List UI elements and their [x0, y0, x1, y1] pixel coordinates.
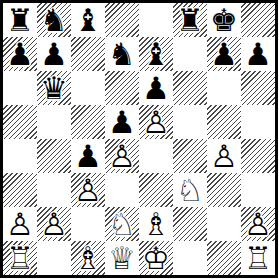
piece-white-pawn: ♟♙: [3, 207, 37, 241]
piece-black-pawn: ♟♟: [37, 37, 71, 71]
piece-white-queen: ♛♕: [105, 241, 139, 275]
piece-black-knight: ♞♞: [105, 37, 139, 71]
white-bishop-glyph: ♗: [139, 207, 173, 241]
white-knight-glyph: ♘: [173, 173, 207, 207]
square-e2: ♝♗: [139, 207, 173, 241]
square-e6: ♟♟: [139, 71, 173, 105]
piece-black-pawn: ♟♟: [105, 105, 139, 139]
black-pawn-glyph: ♟: [105, 105, 139, 139]
square-f4: [173, 139, 207, 173]
square-f7: [173, 37, 207, 71]
square-b6: ♛♛: [37, 71, 71, 105]
square-g2: [207, 207, 241, 241]
square-h1: ♜♖: [241, 241, 275, 275]
square-c1: ♝♗: [71, 241, 105, 275]
piece-white-rook: ♜♖: [241, 241, 275, 275]
piece-white-king: ♚♔: [139, 241, 173, 275]
piece-black-knight: ♞♞: [37, 3, 71, 37]
square-c3: ♟♙: [71, 173, 105, 207]
black-pawn-glyph: ♟: [207, 37, 241, 71]
white-pawn-glyph: ♙: [207, 139, 241, 173]
piece-black-pawn: ♟♟: [71, 139, 105, 173]
white-knight-glyph: ♘: [105, 207, 139, 241]
square-d1: ♛♕: [105, 241, 139, 275]
white-pawn-glyph: ♙: [71, 173, 105, 207]
square-g3: [207, 173, 241, 207]
square-b8: ♞♞: [37, 3, 71, 37]
white-rook-glyph: ♖: [241, 241, 275, 275]
piece-white-pawn: ♟♙: [207, 139, 241, 173]
piece-white-bishop: ♝♗: [71, 241, 105, 275]
piece-white-pawn: ♟♙: [105, 139, 139, 173]
white-bishop-glyph: ♗: [71, 241, 105, 275]
square-f8: ♜♜: [173, 3, 207, 37]
square-a5: [3, 105, 37, 139]
white-pawn-glyph: ♙: [37, 207, 71, 241]
square-d2: ♞♘: [105, 207, 139, 241]
square-a2: ♟♙: [3, 207, 37, 241]
black-pawn-glyph: ♟: [241, 37, 275, 71]
square-h2: ♟♙: [241, 207, 275, 241]
square-f1: [173, 241, 207, 275]
square-b4: [37, 139, 71, 173]
piece-black-pawn: ♟♟: [139, 71, 173, 105]
square-b3: [37, 173, 71, 207]
square-h6: [241, 71, 275, 105]
black-rook-glyph: ♜: [3, 3, 37, 37]
square-d3: [105, 173, 139, 207]
piece-black-pawn: ♟♟: [241, 37, 275, 71]
white-queen-glyph: ♕: [105, 241, 139, 275]
square-a8: ♜♜: [3, 3, 37, 37]
black-bishop-glyph: ♝: [139, 37, 173, 71]
square-g8: ♚♚: [207, 3, 241, 37]
black-pawn-glyph: ♟: [71, 139, 105, 173]
black-queen-glyph: ♛: [37, 71, 71, 105]
square-a4: [3, 139, 37, 173]
square-e1: ♚♔: [139, 241, 173, 275]
square-b1: [37, 241, 71, 275]
piece-black-rook: ♜♜: [3, 3, 37, 37]
square-c2: [71, 207, 105, 241]
square-f3: ♞♘: [173, 173, 207, 207]
black-king-glyph: ♚: [207, 3, 241, 37]
square-f6: [173, 71, 207, 105]
piece-black-bishop: ♝♝: [71, 3, 105, 37]
square-g6: [207, 71, 241, 105]
black-pawn-glyph: ♟: [3, 37, 37, 71]
square-h8: [241, 3, 275, 37]
black-knight-glyph: ♞: [37, 3, 71, 37]
piece-black-queen: ♛♛: [37, 71, 71, 105]
piece-white-pawn: ♟♙: [139, 105, 173, 139]
square-d7: ♞♞: [105, 37, 139, 71]
square-b5: [37, 105, 71, 139]
square-d6: [105, 71, 139, 105]
black-bishop-glyph: ♝: [71, 3, 105, 37]
piece-black-rook: ♜♜: [173, 3, 207, 37]
piece-black-pawn: ♟♟: [207, 37, 241, 71]
white-pawn-glyph: ♙: [3, 207, 37, 241]
square-g7: ♟♟: [207, 37, 241, 71]
square-h7: ♟♟: [241, 37, 275, 71]
chess-board: ♜♜♞♞♝♝♜♜♚♚♟♟♟♟♞♞♝♝♟♟♟♟♛♛♟♟♟♟♟♙♟♟♟♙♟♙♟♙♞♘…: [3, 3, 275, 275]
piece-white-knight: ♞♘: [105, 207, 139, 241]
piece-white-pawn: ♟♙: [71, 173, 105, 207]
square-a3: [3, 173, 37, 207]
square-a7: ♟♟: [3, 37, 37, 71]
square-d8: [105, 3, 139, 37]
black-pawn-glyph: ♟: [139, 71, 173, 105]
piece-black-bishop: ♝♝: [139, 37, 173, 71]
piece-white-knight: ♞♘: [173, 173, 207, 207]
white-king-glyph: ♔: [139, 241, 173, 275]
square-h4: [241, 139, 275, 173]
square-c7: [71, 37, 105, 71]
square-d4: ♟♙: [105, 139, 139, 173]
square-b7: ♟♟: [37, 37, 71, 71]
square-c4: ♟♟: [71, 139, 105, 173]
piece-white-pawn: ♟♙: [37, 207, 71, 241]
black-knight-glyph: ♞: [105, 37, 139, 71]
square-a6: [3, 71, 37, 105]
square-c6: [71, 71, 105, 105]
black-pawn-glyph: ♟: [37, 37, 71, 71]
square-h5: [241, 105, 275, 139]
square-f5: [173, 105, 207, 139]
square-e8: [139, 3, 173, 37]
piece-black-king: ♚♚: [207, 3, 241, 37]
piece-black-pawn: ♟♟: [3, 37, 37, 71]
square-a1: ♜♖: [3, 241, 37, 275]
square-c8: ♝♝: [71, 3, 105, 37]
piece-white-rook: ♜♖: [3, 241, 37, 275]
black-rook-glyph: ♜: [173, 3, 207, 37]
square-e4: [139, 139, 173, 173]
square-d5: ♟♟: [105, 105, 139, 139]
square-e5: ♟♙: [139, 105, 173, 139]
white-rook-glyph: ♖: [3, 241, 37, 275]
square-h3: [241, 173, 275, 207]
white-pawn-glyph: ♙: [105, 139, 139, 173]
square-g5: [207, 105, 241, 139]
chess-board-frame: ♜♜♞♞♝♝♜♜♚♚♟♟♟♟♞♞♝♝♟♟♟♟♛♛♟♟♟♟♟♙♟♟♟♙♟♙♟♙♞♘…: [0, 0, 278, 278]
white-pawn-glyph: ♙: [139, 105, 173, 139]
square-g1: [207, 241, 241, 275]
square-f2: [173, 207, 207, 241]
piece-white-bishop: ♝♗: [139, 207, 173, 241]
square-c5: [71, 105, 105, 139]
piece-white-pawn: ♟♙: [241, 207, 275, 241]
white-pawn-glyph: ♙: [241, 207, 275, 241]
square-e7: ♝♝: [139, 37, 173, 71]
square-g4: ♟♙: [207, 139, 241, 173]
square-e3: [139, 173, 173, 207]
square-b2: ♟♙: [37, 207, 71, 241]
